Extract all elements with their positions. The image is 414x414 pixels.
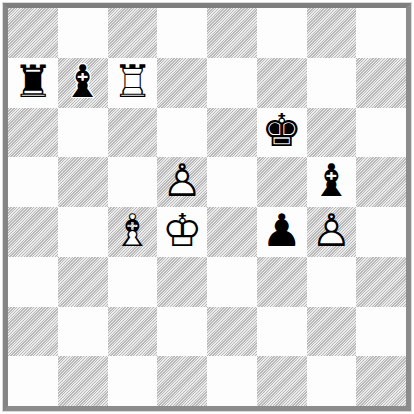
square-d2[interactable] bbox=[157, 307, 207, 357]
square-g4[interactable]: ♟♙ bbox=[307, 207, 357, 257]
piece-white-rook: ♜♖ bbox=[108, 58, 158, 108]
square-e7[interactable] bbox=[207, 58, 257, 108]
white-bishop-icon: ♗ bbox=[112, 208, 152, 253]
square-c7[interactable]: ♜♖ bbox=[108, 58, 158, 108]
square-e5[interactable] bbox=[207, 157, 257, 207]
square-b1[interactable] bbox=[58, 356, 108, 406]
square-a6[interactable] bbox=[8, 108, 58, 158]
square-d7[interactable] bbox=[157, 58, 207, 108]
square-e6[interactable] bbox=[207, 108, 257, 158]
square-a3[interactable] bbox=[8, 257, 58, 307]
square-c2[interactable] bbox=[108, 307, 158, 357]
square-g8[interactable] bbox=[307, 8, 357, 58]
square-f2[interactable] bbox=[257, 307, 307, 357]
square-g6[interactable] bbox=[307, 108, 357, 158]
square-a1[interactable] bbox=[8, 356, 58, 406]
square-b4[interactable] bbox=[58, 207, 108, 257]
black-king-icon: ♚ bbox=[261, 108, 301, 153]
square-f3[interactable] bbox=[257, 257, 307, 307]
square-b8[interactable] bbox=[58, 8, 108, 58]
square-h6[interactable] bbox=[356, 108, 406, 158]
square-c1[interactable] bbox=[108, 356, 158, 406]
piece-black-pawn: ♟ bbox=[257, 207, 307, 257]
square-f8[interactable] bbox=[257, 8, 307, 58]
square-e8[interactable] bbox=[207, 8, 257, 58]
black-rook-icon: ♜ bbox=[13, 58, 53, 103]
square-a4[interactable] bbox=[8, 207, 58, 257]
square-d4[interactable]: ♚♔ bbox=[157, 207, 207, 257]
square-b7[interactable]: ♝ bbox=[58, 58, 108, 108]
piece-white-king: ♚♔ bbox=[157, 207, 207, 257]
square-h2[interactable] bbox=[356, 307, 406, 357]
piece-black-king: ♚ bbox=[257, 108, 307, 158]
piece-white-pawn: ♟♙ bbox=[307, 207, 357, 257]
board-frame: ♜♝♜♖♚♟♙♝♝♗♚♔♟♟♙ bbox=[3, 3, 411, 411]
square-e1[interactable] bbox=[207, 356, 257, 406]
square-b2[interactable] bbox=[58, 307, 108, 357]
square-h7[interactable] bbox=[356, 58, 406, 108]
square-b3[interactable] bbox=[58, 257, 108, 307]
square-a5[interactable] bbox=[8, 157, 58, 207]
square-g3[interactable] bbox=[307, 257, 357, 307]
square-c4[interactable]: ♝♗ bbox=[108, 207, 158, 257]
square-h5[interactable] bbox=[356, 157, 406, 207]
square-c6[interactable] bbox=[108, 108, 158, 158]
black-bishop-icon: ♝ bbox=[311, 158, 351, 203]
square-e3[interactable] bbox=[207, 257, 257, 307]
square-g1[interactable] bbox=[307, 356, 357, 406]
square-h4[interactable] bbox=[356, 207, 406, 257]
square-d8[interactable] bbox=[157, 8, 207, 58]
square-c3[interactable] bbox=[108, 257, 158, 307]
square-d1[interactable] bbox=[157, 356, 207, 406]
square-e2[interactable] bbox=[207, 307, 257, 357]
square-h3[interactable] bbox=[356, 257, 406, 307]
white-rook-icon: ♖ bbox=[112, 58, 152, 103]
square-d3[interactable] bbox=[157, 257, 207, 307]
square-b6[interactable] bbox=[58, 108, 108, 158]
square-f6[interactable]: ♚ bbox=[257, 108, 307, 158]
black-bishop-icon: ♝ bbox=[62, 58, 102, 103]
piece-black-bishop: ♝ bbox=[58, 58, 108, 108]
square-g5[interactable]: ♝ bbox=[307, 157, 357, 207]
piece-black-bishop: ♝ bbox=[307, 157, 357, 207]
white-pawn-icon: ♙ bbox=[162, 158, 202, 203]
square-d6[interactable] bbox=[157, 108, 207, 158]
square-g7[interactable] bbox=[307, 58, 357, 108]
square-c5[interactable] bbox=[108, 157, 158, 207]
square-f1[interactable] bbox=[257, 356, 307, 406]
white-pawn-icon: ♙ bbox=[311, 208, 351, 253]
white-king-icon: ♔ bbox=[162, 208, 202, 253]
piece-white-pawn: ♟♙ bbox=[157, 157, 207, 207]
square-d5[interactable]: ♟♙ bbox=[157, 157, 207, 207]
square-f7[interactable] bbox=[257, 58, 307, 108]
square-e4[interactable] bbox=[207, 207, 257, 257]
square-b5[interactable] bbox=[58, 157, 108, 207]
square-f5[interactable] bbox=[257, 157, 307, 207]
piece-white-bishop: ♝♗ bbox=[108, 207, 158, 257]
square-h8[interactable] bbox=[356, 8, 406, 58]
square-h1[interactable] bbox=[356, 356, 406, 406]
chess-board: ♜♝♜♖♚♟♙♝♝♗♚♔♟♟♙ bbox=[8, 8, 406, 406]
square-a8[interactable] bbox=[8, 8, 58, 58]
square-a7[interactable]: ♜ bbox=[8, 58, 58, 108]
square-f4[interactable]: ♟ bbox=[257, 207, 307, 257]
square-c8[interactable] bbox=[108, 8, 158, 58]
square-a2[interactable] bbox=[8, 307, 58, 357]
chess-diagram-page: ♜♝♜♖♚♟♙♝♝♗♚♔♟♟♙ bbox=[0, 0, 414, 414]
piece-black-rook: ♜ bbox=[8, 58, 58, 108]
square-g2[interactable] bbox=[307, 307, 357, 357]
black-pawn-icon: ♟ bbox=[261, 208, 301, 253]
